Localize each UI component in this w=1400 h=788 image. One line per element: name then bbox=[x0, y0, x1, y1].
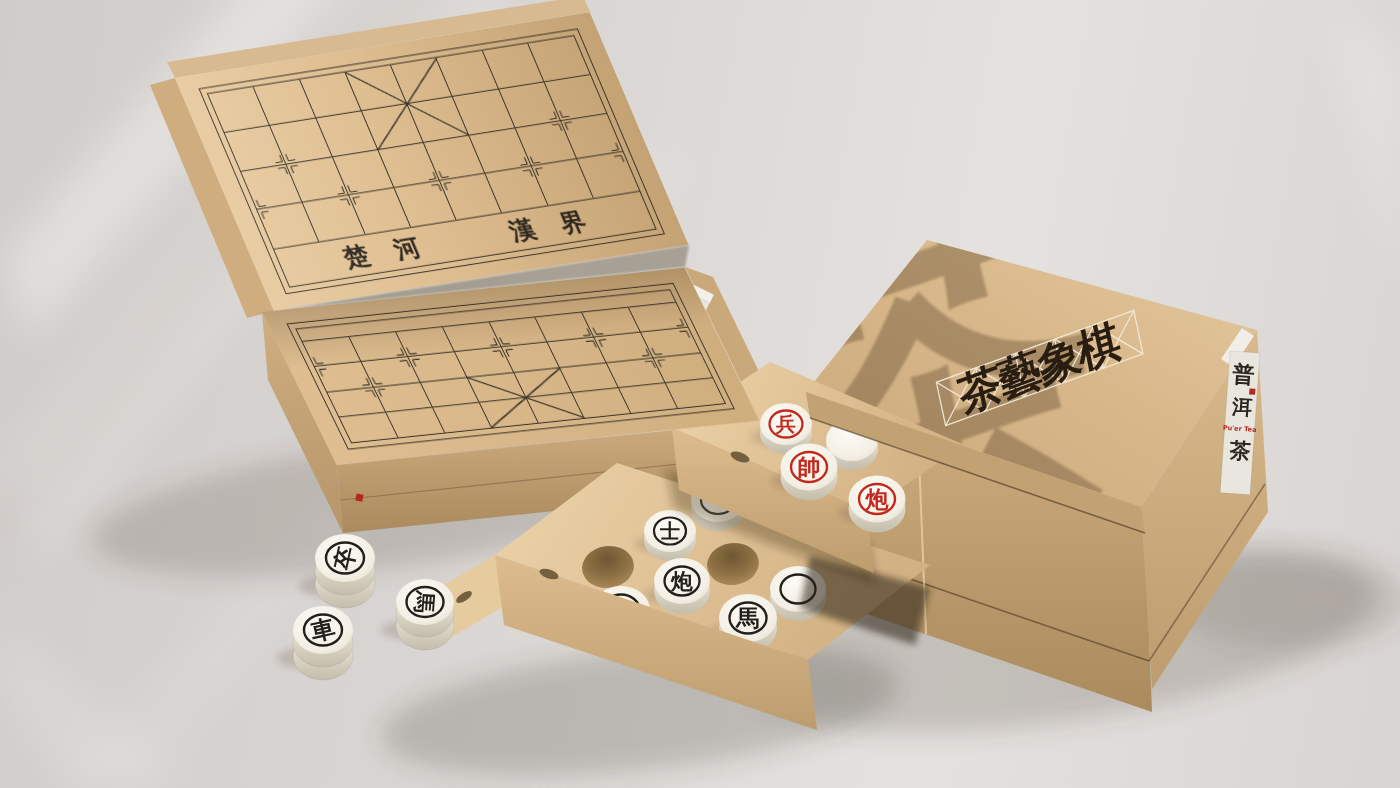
svg-text:馬: 馬 bbox=[736, 604, 760, 631]
river-char: 漢 bbox=[505, 216, 540, 244]
scene-tea-xiangqi-packaging: 洱 Pu'er Tea 茶 茶 茶 藝 象 棋 bbox=[0, 0, 1400, 788]
svg-text:馬: 馬 bbox=[411, 589, 439, 614]
board-outer-frame: 楚 河 漢 界 bbox=[198, 28, 665, 294]
river-char: 界 bbox=[556, 208, 591, 236]
board-inner-frame bbox=[295, 289, 726, 443]
river-char: 河 bbox=[389, 235, 424, 263]
label-char: 洱 bbox=[1230, 394, 1253, 419]
svg-text:兵: 兵 bbox=[775, 412, 796, 436]
piece-loose-ma: 馬 bbox=[396, 579, 454, 650]
svg-text:炮: 炮 bbox=[865, 485, 890, 512]
label-seal bbox=[1249, 388, 1255, 394]
river-char: 楚 bbox=[339, 242, 374, 270]
svg-text:炮: 炮 bbox=[670, 568, 693, 594]
label-char: 普 bbox=[1231, 360, 1256, 388]
river-text-right: 漢 界 bbox=[505, 208, 590, 244]
piece-loose-ju: 車 bbox=[293, 606, 353, 680]
board-outer-frame bbox=[286, 283, 734, 450]
board-inner-frame: 楚 河 漢 界 bbox=[207, 35, 657, 288]
red-seal-dot bbox=[355, 494, 363, 502]
svg-text:帥: 帥 bbox=[798, 453, 821, 480]
river-text-left: 楚 河 bbox=[339, 235, 424, 271]
piece-loose-zu: 卒 bbox=[315, 534, 375, 608]
label-char: 茶 bbox=[1228, 437, 1252, 463]
svg-text:士: 士 bbox=[659, 519, 680, 543]
